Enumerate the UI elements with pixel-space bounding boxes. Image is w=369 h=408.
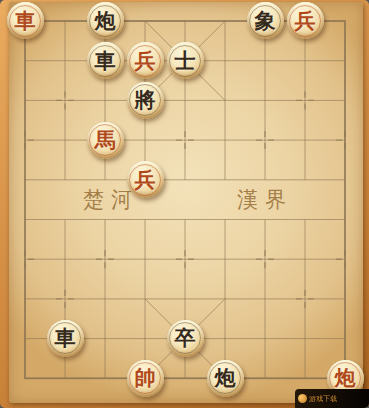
- piece-glyph: 兵: [135, 50, 156, 71]
- piece-glyph: 帥: [135, 367, 156, 388]
- watermark-icon: [298, 394, 307, 403]
- black-chariot[interactable]: 車: [87, 42, 124, 79]
- piece-glyph: 象: [255, 10, 276, 31]
- piece-glyph: 將: [135, 89, 156, 110]
- piece-glyph: 炮: [95, 10, 116, 31]
- piece-glyph: 車: [15, 10, 36, 31]
- piece-glyph: 馬: [95, 129, 116, 150]
- piece-glyph: 炮: [335, 367, 356, 388]
- red-general[interactable]: 帥: [127, 360, 164, 397]
- red-soldier[interactable]: 兵: [127, 42, 164, 79]
- piece-grid[interactable]: 車炮象兵車兵士將馬兵車卒帥炮炮: [5, 1, 365, 398]
- watermark: 游戏下载: [295, 389, 369, 408]
- piece-glyph: 卒: [175, 327, 196, 348]
- black-chariot[interactable]: 車: [47, 320, 84, 357]
- black-cannon[interactable]: 炮: [207, 360, 244, 397]
- red-chariot[interactable]: 車: [7, 2, 44, 39]
- black-general[interactable]: 將: [127, 82, 164, 119]
- black-advisor[interactable]: 士: [167, 42, 204, 79]
- red-soldier[interactable]: 兵: [127, 161, 164, 198]
- red-soldier[interactable]: 兵: [287, 2, 324, 39]
- piece-glyph: 兵: [135, 169, 156, 190]
- black-elephant[interactable]: 象: [247, 2, 284, 39]
- piece-glyph: 炮: [215, 367, 236, 388]
- piece-glyph: 兵: [295, 10, 316, 31]
- piece-glyph: 車: [95, 50, 116, 71]
- piece-glyph: 士: [175, 50, 196, 71]
- piece-glyph: 車: [55, 327, 76, 348]
- black-cannon[interactable]: 炮: [87, 2, 124, 39]
- watermark-text: 游戏下载: [309, 394, 337, 404]
- red-horse[interactable]: 馬: [87, 122, 124, 159]
- xiangqi-board: 楚河 漢界 車炮象兵車兵士將馬兵車卒帥炮炮 游戏下载: [0, 0, 369, 408]
- black-soldier[interactable]: 卒: [167, 320, 204, 357]
